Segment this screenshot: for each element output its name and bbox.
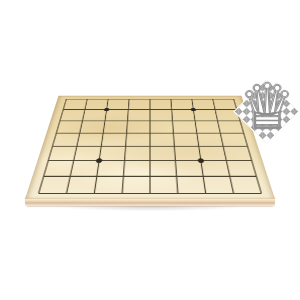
hoshi-point [104,108,110,111]
queen-icon: ♛ ♕ [236,70,298,144]
hoshi-point [197,158,204,163]
hoshi-point [96,158,103,163]
hoshi-point [191,108,197,111]
product-photo-stage: ♛ ♕ [0,0,300,300]
queen-glyph-outline: ♕ [236,70,298,144]
